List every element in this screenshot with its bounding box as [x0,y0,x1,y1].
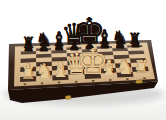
chess-set-photo: ♜♞♝♛♚♝♞♜♟♟♟♟♟♟♟♟♟♟♟♟♟♟♟♟♜♞♝♛♚♝♞♜ [0,0,166,120]
brass-hinge [136,80,142,83]
board-sheen [8,40,158,90]
brass-clasp [65,96,71,100]
chess-board [0,0,166,120]
